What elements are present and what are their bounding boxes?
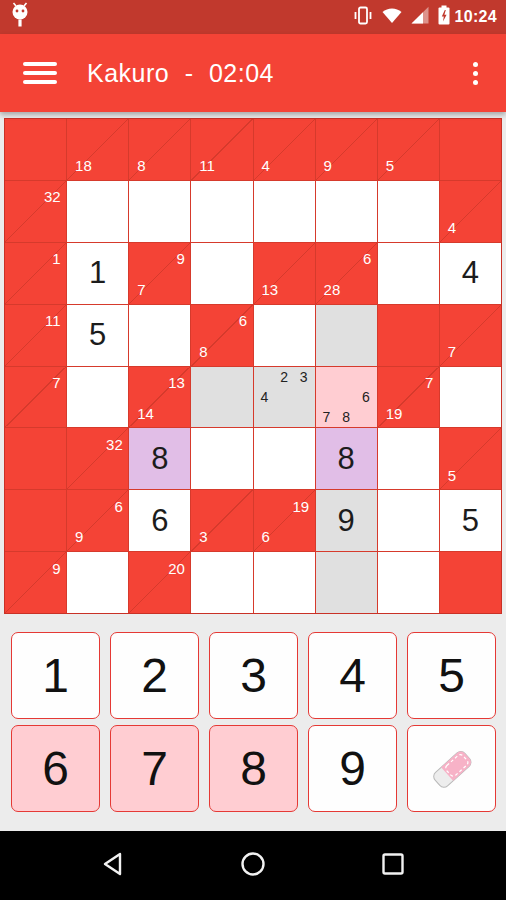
down-clue: 9 <box>324 158 332 173</box>
digit-button-2[interactable]: 2 <box>110 632 199 719</box>
clue-cell: 719 <box>378 367 439 428</box>
clue-cell: 5 <box>440 428 501 489</box>
clue-cell: 4 <box>254 119 315 180</box>
entry-cell[interactable] <box>378 181 439 242</box>
entry-cell[interactable] <box>316 552 377 613</box>
entry-cell[interactable] <box>191 428 252 489</box>
entry-cell[interactable] <box>129 181 190 242</box>
clue-cell: 18 <box>67 119 128 180</box>
down-clue: 6 <box>261 529 269 544</box>
entered-value: 1 <box>67 243 128 304</box>
clue-cell: 196 <box>254 490 315 551</box>
down-clue: 4 <box>261 158 269 173</box>
clue-cell: 7 <box>5 367 66 428</box>
entry-cell[interactable] <box>191 367 252 428</box>
down-clue: 13 <box>261 282 278 297</box>
entry-cell[interactable] <box>254 181 315 242</box>
wifi-icon <box>381 6 403 29</box>
across-clue: 6 <box>114 499 122 514</box>
across-clue: 6 <box>363 251 371 266</box>
across-clue: 7 <box>52 375 60 390</box>
entry-cell[interactable] <box>378 428 439 489</box>
clue-cell: 7 <box>440 305 501 366</box>
hamburger-menu-icon[interactable] <box>23 62 57 84</box>
selected-entry-cell[interactable]: 678 <box>316 367 377 428</box>
digit-button-7[interactable]: 7 <box>110 725 199 812</box>
pencil-notes: 234 <box>255 368 314 427</box>
down-clue: 11 <box>199 158 215 173</box>
digit-button-4[interactable]: 4 <box>308 632 397 719</box>
eraser-button[interactable] <box>407 725 496 812</box>
clue-cell: 97 <box>129 243 190 304</box>
digit-button-1[interactable]: 1 <box>11 632 100 719</box>
battery-charging-icon <box>437 4 451 30</box>
across-clue: 20 <box>168 561 185 576</box>
clue-cell: 1314 <box>129 367 190 428</box>
block-cell <box>440 119 501 180</box>
clue-cell: 8 <box>129 119 190 180</box>
across-clue: 9 <box>52 561 60 576</box>
entered-value: 8 <box>316 428 377 489</box>
entry-cell[interactable]: 5 <box>67 305 128 366</box>
clue-cell: 32 <box>67 428 128 489</box>
note-digit: 8 <box>336 407 356 427</box>
pencil-notes: 678 <box>317 368 376 427</box>
entry-cell[interactable] <box>254 305 315 366</box>
clue-cell: 13 <box>254 243 315 304</box>
kakuro-board: 1881149532411971362841156877131423467871… <box>4 118 502 614</box>
back-icon[interactable] <box>100 851 126 881</box>
note-digit: 6 <box>356 387 376 407</box>
across-clue: 9 <box>177 251 185 266</box>
entered-value: 8 <box>129 428 190 489</box>
note-digit: 2 <box>274 368 294 388</box>
digit-button-3[interactable]: 3 <box>209 632 298 719</box>
down-clue: 9 <box>75 529 83 544</box>
down-clue: 28 <box>324 282 341 297</box>
down-clue: 19 <box>386 406 403 421</box>
note-digit: 7 <box>317 407 337 427</box>
clue-cell: 1 <box>5 243 66 304</box>
clue-cell: 9 <box>316 119 377 180</box>
clue-cell: 628 <box>316 243 377 304</box>
down-clue: 14 <box>137 406 154 421</box>
down-clue: 5 <box>386 158 394 173</box>
number-pad: 123456789 <box>11 632 496 818</box>
clue-cell: 69 <box>67 490 128 551</box>
entry-cell[interactable] <box>191 552 252 613</box>
across-clue: 32 <box>106 437 123 452</box>
eraser-icon <box>426 743 478 795</box>
entry-cell[interactable] <box>316 181 377 242</box>
block-cell <box>378 305 439 366</box>
entry-cell[interactable] <box>254 428 315 489</box>
clue-cell: 11 <box>191 119 252 180</box>
down-clue: 8 <box>199 344 207 359</box>
android-navigation-bar <box>0 831 506 900</box>
down-clue: 5 <box>448 468 456 483</box>
entered-value: 4 <box>440 243 501 304</box>
down-clue: 18 <box>75 158 92 173</box>
clue-cell: 68 <box>191 305 252 366</box>
overflow-menu-icon[interactable] <box>473 62 478 85</box>
clock-time: 10:24 <box>455 8 497 26</box>
across-clue: 1 <box>52 251 60 266</box>
down-clue: 4 <box>448 220 456 235</box>
entry-cell[interactable] <box>67 367 128 428</box>
down-clue: 7 <box>448 344 456 359</box>
across-clue: 13 <box>168 375 185 390</box>
entry-cell[interactable] <box>378 552 439 613</box>
vibrate-icon <box>352 5 374 30</box>
signal-icon <box>410 6 430 29</box>
block-cell <box>5 428 66 489</box>
down-clue: 3 <box>199 529 207 544</box>
recents-icon[interactable] <box>380 851 406 881</box>
digit-button-9[interactable]: 9 <box>308 725 397 812</box>
entry-cell[interactable] <box>129 305 190 366</box>
clue-cell: 20 <box>129 552 190 613</box>
clue-cell: 5 <box>378 119 439 180</box>
entered-value: 5 <box>440 490 501 551</box>
home-icon[interactable] <box>240 851 266 881</box>
entry-cell[interactable] <box>191 181 252 242</box>
clue-cell: 32 <box>5 181 66 242</box>
note-digit: 4 <box>255 387 275 407</box>
down-clue: 7 <box>137 282 145 297</box>
entry-cell[interactable] <box>378 490 439 551</box>
block-cell <box>5 490 66 551</box>
clue-cell: 3 <box>191 490 252 551</box>
across-clue: 6 <box>239 313 247 328</box>
digit-button-8[interactable]: 8 <box>209 725 298 812</box>
block-cell <box>440 552 501 613</box>
entry-cell[interactable] <box>67 181 128 242</box>
entry-cell[interactable]: 5 <box>440 490 501 551</box>
across-clue: 19 <box>292 499 309 514</box>
entry-cell[interactable]: 1 <box>67 243 128 304</box>
note-digit: 3 <box>294 368 314 388</box>
digit-button-5[interactable]: 5 <box>407 632 496 719</box>
app-bar: Kakuro - 02:04 <box>0 34 506 112</box>
status-bar: 10:24 <box>0 0 506 34</box>
entry-cell[interactable] <box>254 552 315 613</box>
down-clue: 8 <box>137 158 145 173</box>
entry-cell[interactable] <box>440 367 501 428</box>
clue-cell: 9 <box>5 552 66 613</box>
entered-value: 5 <box>67 305 128 366</box>
entry-cell[interactable] <box>191 243 252 304</box>
page-title: Kakuro - 02:04 <box>87 59 274 88</box>
bugdroid-icon <box>9 2 31 32</box>
across-clue: 32 <box>44 189 61 204</box>
entered-value: 6 <box>129 490 190 551</box>
entry-cell[interactable] <box>378 243 439 304</box>
block-cell <box>5 119 66 180</box>
digit-button-6[interactable]: 6 <box>11 725 100 812</box>
entry-cell[interactable]: 234 <box>254 367 315 428</box>
entry-cell[interactable]: 6 <box>129 490 190 551</box>
entry-cell[interactable]: 8 <box>316 428 377 489</box>
entry-cell[interactable] <box>67 552 128 613</box>
across-clue: 11 <box>45 313 61 328</box>
across-clue: 7 <box>425 375 433 390</box>
entry-cell[interactable] <box>316 305 377 366</box>
entry-cell[interactable]: 4 <box>440 243 501 304</box>
entry-cell[interactable]: 8 <box>129 428 190 489</box>
entered-value: 9 <box>316 490 377 551</box>
clue-cell: 4 <box>440 181 501 242</box>
clue-cell: 11 <box>5 305 66 366</box>
entry-cell[interactable]: 9 <box>316 490 377 551</box>
